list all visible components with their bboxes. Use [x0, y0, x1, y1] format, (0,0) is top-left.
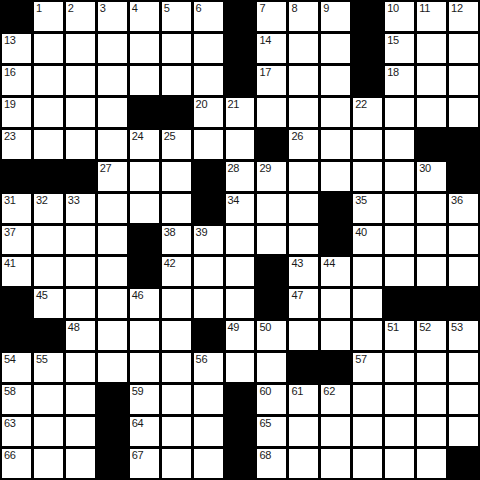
- cell-r7c1[interactable]: [34, 226, 63, 255]
- cell-r5c13[interactable]: 30: [417, 162, 446, 191]
- cell-r0c5[interactable]: 5: [162, 2, 191, 31]
- clue-number: 60: [259, 385, 271, 398]
- cell-r6c0[interactable]: 31: [2, 194, 31, 223]
- black-cell-r10c6: [194, 321, 223, 350]
- cell-r2c13[interactable]: [417, 66, 446, 95]
- cell-r11c8[interactable]: [257, 353, 286, 382]
- clue-number: 53: [451, 321, 463, 334]
- cell-r5c12[interactable]: [385, 162, 414, 191]
- cell-r9c6[interactable]: [194, 289, 223, 318]
- cell-r2c14[interactable]: [449, 66, 478, 95]
- clue-number: 14: [259, 34, 271, 47]
- cell-r12c11[interactable]: [353, 385, 382, 414]
- cell-r3c14[interactable]: [449, 98, 478, 127]
- cell-r10c12[interactable]: 51: [385, 321, 414, 350]
- clue-number: 26: [291, 130, 303, 143]
- cell-r7c9[interactable]: [289, 226, 318, 255]
- cell-r3c6[interactable]: 20: [194, 98, 223, 127]
- clue-number: 59: [132, 385, 144, 398]
- clue-number: 35: [355, 194, 367, 207]
- cell-r2c9[interactable]: [289, 66, 318, 95]
- cell-r8c3[interactable]: [98, 257, 127, 286]
- cell-r11c11[interactable]: 57: [353, 353, 382, 382]
- cell-r0c3[interactable]: 3: [98, 2, 127, 31]
- cell-r14c5[interactable]: [162, 449, 191, 478]
- black-cell-r10c0: [2, 321, 31, 350]
- cell-r3c10[interactable]: [321, 98, 350, 127]
- cell-r3c13[interactable]: [417, 98, 446, 127]
- cell-r12c5[interactable]: [162, 385, 191, 414]
- cell-r10c13[interactable]: 52: [417, 321, 446, 350]
- cell-r0c12[interactable]: 10: [385, 2, 414, 31]
- cell-r0c6[interactable]: 6: [194, 2, 223, 31]
- cell-r13c4[interactable]: 64: [130, 417, 159, 446]
- clue-number: 1: [36, 2, 42, 15]
- clue-number: 16: [4, 66, 16, 79]
- crossword-board: 1234567891011121314151617181920212223242…: [0, 0, 480, 480]
- cell-r14c10[interactable]: [321, 449, 350, 478]
- cell-r4c4[interactable]: 24: [130, 130, 159, 159]
- cell-r8c7[interactable]: [226, 257, 255, 286]
- clue-number: 62: [323, 385, 335, 398]
- black-cell-r2c7: [226, 66, 255, 95]
- cell-r11c0[interactable]: 54: [2, 353, 31, 382]
- cell-r7c14[interactable]: [449, 226, 478, 255]
- cell-r14c12[interactable]: [385, 449, 414, 478]
- cell-r4c11[interactable]: [353, 130, 382, 159]
- cell-r6c12[interactable]: [385, 194, 414, 223]
- cell-r10c10[interactable]: [321, 321, 350, 350]
- black-cell-r2c11: [353, 66, 382, 95]
- cell-r2c5[interactable]: [162, 66, 191, 95]
- cell-r5c8[interactable]: 29: [257, 162, 286, 191]
- clue-number: 22: [355, 98, 367, 111]
- cell-r1c5[interactable]: [162, 34, 191, 63]
- black-cell-r8c8: [257, 257, 286, 286]
- cell-r7c5[interactable]: 38: [162, 226, 191, 255]
- cell-r5c7[interactable]: 28: [226, 162, 255, 191]
- black-cell-r4c13: [417, 130, 446, 159]
- clue-number: 29: [259, 162, 271, 175]
- cell-r0c14[interactable]: 12: [449, 2, 478, 31]
- cell-r10c7[interactable]: 49: [226, 321, 255, 350]
- black-cell-r3c4: [130, 98, 159, 127]
- clue-number: 45: [36, 289, 48, 302]
- clue-number: 58: [4, 385, 16, 398]
- clue-number: 23: [4, 130, 16, 143]
- black-cell-r9c12: [385, 289, 414, 318]
- cell-r3c3[interactable]: [98, 98, 127, 127]
- cell-r4c6[interactable]: [194, 130, 223, 159]
- black-cell-r0c7: [226, 2, 255, 31]
- black-cell-r14c3: [98, 449, 127, 478]
- cell-r1c1[interactable]: [34, 34, 63, 63]
- cell-r6c7[interactable]: 34: [226, 194, 255, 223]
- clue-number: 67: [132, 449, 144, 462]
- clue-number: 47: [291, 289, 303, 302]
- cell-r12c9[interactable]: 61: [289, 385, 318, 414]
- cell-r13c12[interactable]: [385, 417, 414, 446]
- cell-r7c8[interactable]: [257, 226, 286, 255]
- clue-number: 37: [4, 226, 16, 239]
- cell-r7c12[interactable]: [385, 226, 414, 255]
- cell-r12c8[interactable]: 60: [257, 385, 286, 414]
- cell-r7c6[interactable]: 39: [194, 226, 223, 255]
- cell-r11c4[interactable]: [130, 353, 159, 382]
- cell-r7c11[interactable]: 40: [353, 226, 382, 255]
- cell-r8c13[interactable]: [417, 257, 446, 286]
- cell-r11c7[interactable]: [226, 353, 255, 382]
- cell-r9c2[interactable]: [66, 289, 95, 318]
- cell-r13c14[interactable]: [449, 417, 478, 446]
- black-cell-r6c10: [321, 194, 350, 223]
- cell-r2c10[interactable]: [321, 66, 350, 95]
- cell-r10c9[interactable]: [289, 321, 318, 350]
- cell-r11c2[interactable]: [66, 353, 95, 382]
- black-cell-r4c8: [257, 130, 286, 159]
- clue-number: 48: [68, 321, 80, 334]
- cell-r13c13[interactable]: [417, 417, 446, 446]
- cell-r3c12[interactable]: [385, 98, 414, 127]
- cell-r12c4[interactable]: 59: [130, 385, 159, 414]
- black-cell-r9c8: [257, 289, 286, 318]
- cell-r6c13[interactable]: [417, 194, 446, 223]
- black-cell-r8c4: [130, 257, 159, 286]
- black-cell-r11c9: [289, 353, 318, 382]
- black-cell-r1c11: [353, 34, 382, 63]
- black-cell-r11c10: [321, 353, 350, 382]
- black-cell-r14c7: [226, 449, 255, 478]
- clue-number: 33: [68, 194, 80, 207]
- clue-number: 42: [164, 257, 176, 270]
- clue-number: 17: [259, 66, 271, 79]
- cell-r12c6[interactable]: [194, 385, 223, 414]
- clue-number: 12: [451, 2, 463, 15]
- cell-r0c1[interactable]: 1: [34, 2, 63, 31]
- cell-r8c9[interactable]: 43: [289, 257, 318, 286]
- clue-number: 38: [164, 226, 176, 239]
- cell-r6c3[interactable]: [98, 194, 127, 223]
- cell-r14c6[interactable]: [194, 449, 223, 478]
- cell-r1c10[interactable]: [321, 34, 350, 63]
- cell-r11c5[interactable]: [162, 353, 191, 382]
- cell-r2c0[interactable]: 16: [2, 66, 31, 95]
- cell-r12c0[interactable]: 58: [2, 385, 31, 414]
- cell-r0c9[interactable]: 8: [289, 2, 318, 31]
- clue-number: 8: [291, 2, 297, 15]
- clue-number: 56: [196, 353, 208, 366]
- cell-r4c10[interactable]: [321, 130, 350, 159]
- clue-number: 40: [355, 226, 367, 239]
- clue-number: 18: [387, 66, 399, 79]
- clue-number: 44: [323, 257, 335, 270]
- cell-r6c5[interactable]: [162, 194, 191, 223]
- cell-r1c14[interactable]: [449, 34, 478, 63]
- cell-r1c12[interactable]: 15: [385, 34, 414, 63]
- cell-r4c5[interactable]: 25: [162, 130, 191, 159]
- cell-r13c9[interactable]: [289, 417, 318, 446]
- cell-r8c0[interactable]: 41: [2, 257, 31, 286]
- clue-number: 68: [259, 449, 271, 462]
- cell-r11c3[interactable]: [98, 353, 127, 382]
- cell-r7c3[interactable]: [98, 226, 127, 255]
- cell-r8c10[interactable]: 44: [321, 257, 350, 286]
- cell-r13c0[interactable]: 63: [2, 417, 31, 446]
- clue-number: 3: [100, 2, 106, 15]
- cell-r0c8[interactable]: 7: [257, 2, 286, 31]
- cell-r4c3[interactable]: [98, 130, 127, 159]
- cell-r2c12[interactable]: 18: [385, 66, 414, 95]
- cell-r4c0[interactable]: 23: [2, 130, 31, 159]
- cell-r12c12[interactable]: [385, 385, 414, 414]
- cell-r3c2[interactable]: [66, 98, 95, 127]
- cell-r9c7[interactable]: [226, 289, 255, 318]
- black-cell-r0c0: [2, 2, 31, 31]
- clue-number: 54: [4, 353, 16, 366]
- cell-r6c1[interactable]: 32: [34, 194, 63, 223]
- cell-r3c11[interactable]: 22: [353, 98, 382, 127]
- black-cell-r14c14: [449, 449, 478, 478]
- black-cell-r5c0: [2, 162, 31, 191]
- black-cell-r5c14: [449, 162, 478, 191]
- cell-r2c6[interactable]: [194, 66, 223, 95]
- clue-number: 49: [228, 321, 240, 334]
- cell-r14c13[interactable]: [417, 449, 446, 478]
- cell-r5c11[interactable]: [353, 162, 382, 191]
- cell-r8c12[interactable]: [385, 257, 414, 286]
- clue-number: 65: [259, 417, 271, 430]
- cell-r9c10[interactable]: [321, 289, 350, 318]
- cell-r11c13[interactable]: [417, 353, 446, 382]
- cell-r12c13[interactable]: [417, 385, 446, 414]
- cell-r7c0[interactable]: 37: [2, 226, 31, 255]
- black-cell-r1c7: [226, 34, 255, 63]
- cell-r5c5[interactable]: [162, 162, 191, 191]
- cell-r10c3[interactable]: [98, 321, 127, 350]
- black-cell-r13c3: [98, 417, 127, 446]
- clue-number: 55: [36, 353, 48, 366]
- clue-number: 7: [259, 2, 265, 15]
- clue-number: 43: [291, 257, 303, 270]
- cell-r8c6[interactable]: [194, 257, 223, 286]
- cell-r13c8[interactable]: 65: [257, 417, 286, 446]
- cell-r9c11[interactable]: [353, 289, 382, 318]
- cell-r11c1[interactable]: 55: [34, 353, 63, 382]
- cell-r10c14[interactable]: 53: [449, 321, 478, 350]
- clue-number: 34: [228, 194, 240, 207]
- cell-r2c2[interactable]: [66, 66, 95, 95]
- cell-r5c9[interactable]: [289, 162, 318, 191]
- cell-r4c1[interactable]: [34, 130, 63, 159]
- clue-number: 46: [132, 289, 144, 302]
- cell-r6c4[interactable]: [130, 194, 159, 223]
- cell-r6c2[interactable]: 33: [66, 194, 95, 223]
- cell-r10c4[interactable]: [130, 321, 159, 350]
- cell-r7c13[interactable]: [417, 226, 446, 255]
- cell-r11c6[interactable]: 56: [194, 353, 223, 382]
- black-cell-r3c5: [162, 98, 191, 127]
- cell-r14c2[interactable]: [66, 449, 95, 478]
- cell-r1c8[interactable]: 14: [257, 34, 286, 63]
- clue-number: 2: [68, 2, 74, 15]
- cell-r13c6[interactable]: [194, 417, 223, 446]
- cell-r1c4[interactable]: [130, 34, 159, 63]
- black-cell-r5c6: [194, 162, 223, 191]
- clue-number: 9: [323, 2, 329, 15]
- cell-r5c4[interactable]: [130, 162, 159, 191]
- cell-r3c1[interactable]: [34, 98, 63, 127]
- clue-number: 24: [132, 130, 144, 143]
- cell-r3c9[interactable]: [289, 98, 318, 127]
- cell-r0c4[interactable]: 4: [130, 2, 159, 31]
- cell-r8c11[interactable]: [353, 257, 382, 286]
- cell-r7c2[interactable]: [66, 226, 95, 255]
- clue-number: 30: [419, 162, 431, 175]
- cell-r13c2[interactable]: [66, 417, 95, 446]
- cell-r3c8[interactable]: [257, 98, 286, 127]
- cell-r6c14[interactable]: 36: [449, 194, 478, 223]
- clue-number: 4: [132, 2, 138, 15]
- clue-number: 21: [228, 98, 240, 111]
- cell-r11c14[interactable]: [449, 353, 478, 382]
- clue-number: 15: [387, 34, 399, 47]
- cell-r4c7[interactable]: [226, 130, 255, 159]
- clue-number: 31: [4, 194, 16, 207]
- cell-r13c11[interactable]: [353, 417, 382, 446]
- clue-number: 52: [419, 321, 431, 334]
- clue-number: 64: [132, 417, 144, 430]
- cell-r5c10[interactable]: [321, 162, 350, 191]
- cell-r13c10[interactable]: [321, 417, 350, 446]
- cell-r1c9[interactable]: [289, 34, 318, 63]
- black-cell-r4c14: [449, 130, 478, 159]
- clue-number: 63: [4, 417, 16, 430]
- clue-number: 39: [196, 226, 208, 239]
- black-cell-r7c4: [130, 226, 159, 255]
- black-cell-r10c1: [34, 321, 63, 350]
- clue-number: 36: [451, 194, 463, 207]
- cell-r14c4[interactable]: 67: [130, 449, 159, 478]
- cell-r8c14[interactable]: [449, 257, 478, 286]
- cell-r14c11[interactable]: [353, 449, 382, 478]
- clue-number: 19: [4, 98, 16, 111]
- black-cell-r5c2: [66, 162, 95, 191]
- black-cell-r9c14: [449, 289, 478, 318]
- cell-r4c12[interactable]: [385, 130, 414, 159]
- cell-r7c7[interactable]: [226, 226, 255, 255]
- cell-r1c0[interactable]: 13: [2, 34, 31, 63]
- cell-r14c0[interactable]: 66: [2, 449, 31, 478]
- clue-number: 51: [387, 321, 399, 334]
- cell-r4c9[interactable]: 26: [289, 130, 318, 159]
- clue-number: 57: [355, 353, 367, 366]
- cell-r3c7[interactable]: 21: [226, 98, 255, 127]
- clue-number: 66: [4, 449, 16, 462]
- black-cell-r0c11: [353, 2, 382, 31]
- cell-r1c13[interactable]: [417, 34, 446, 63]
- cell-r9c9[interactable]: 47: [289, 289, 318, 318]
- cell-r14c9[interactable]: [289, 449, 318, 478]
- cell-r6c11[interactable]: 35: [353, 194, 382, 223]
- cell-r13c5[interactable]: [162, 417, 191, 446]
- cell-r11c12[interactable]: [385, 353, 414, 382]
- cell-r6c9[interactable]: [289, 194, 318, 223]
- clue-number: 50: [259, 321, 271, 334]
- clue-number: 13: [4, 34, 16, 47]
- cell-r0c13[interactable]: 11: [417, 2, 446, 31]
- cell-r12c1[interactable]: [34, 385, 63, 414]
- clue-number: 28: [228, 162, 240, 175]
- cell-r9c5[interactable]: [162, 289, 191, 318]
- cell-r1c3[interactable]: [98, 34, 127, 63]
- clue-number: 6: [196, 2, 202, 15]
- clue-number: 20: [196, 98, 208, 111]
- cell-r8c1[interactable]: [34, 257, 63, 286]
- cell-r1c6[interactable]: [194, 34, 223, 63]
- black-cell-r9c0: [2, 289, 31, 318]
- cell-r12c2[interactable]: [66, 385, 95, 414]
- cell-r9c1[interactable]: 45: [34, 289, 63, 318]
- cell-r5c3[interactable]: 27: [98, 162, 127, 191]
- black-cell-r5c1: [34, 162, 63, 191]
- clue-number: 11: [419, 2, 430, 15]
- cell-r10c5[interactable]: [162, 321, 191, 350]
- clue-number: 32: [36, 194, 48, 207]
- black-cell-r9c13: [417, 289, 446, 318]
- black-cell-r12c7: [226, 385, 255, 414]
- black-cell-r7c10: [321, 226, 350, 255]
- cell-r12c10[interactable]: 62: [321, 385, 350, 414]
- cell-r2c3[interactable]: [98, 66, 127, 95]
- cell-r0c10[interactable]: 9: [321, 2, 350, 31]
- cell-r10c8[interactable]: 50: [257, 321, 286, 350]
- cell-r4c2[interactable]: [66, 130, 95, 159]
- cell-r9c3[interactable]: [98, 289, 127, 318]
- cell-r3c0[interactable]: 19: [2, 98, 31, 127]
- clue-number: 41: [4, 257, 16, 270]
- cell-r0c2[interactable]: 2: [66, 2, 95, 31]
- cell-r6c8[interactable]: [257, 194, 286, 223]
- clue-number: 27: [100, 162, 112, 175]
- cell-r1c2[interactable]: [66, 34, 95, 63]
- cell-r12c14[interactable]: [449, 385, 478, 414]
- cell-r14c8[interactable]: 68: [257, 449, 286, 478]
- cell-r2c8[interactable]: 17: [257, 66, 286, 95]
- cell-r8c5[interactable]: 42: [162, 257, 191, 286]
- black-cell-r12c3: [98, 385, 127, 414]
- black-cell-r13c7: [226, 417, 255, 446]
- clue-number: 10: [387, 2, 399, 15]
- cell-r9c4[interactable]: 46: [130, 289, 159, 318]
- clue-number: 61: [291, 385, 303, 398]
- cell-r10c11[interactable]: [353, 321, 382, 350]
- clue-number: 5: [164, 2, 170, 15]
- cell-r10c2[interactable]: 48: [66, 321, 95, 350]
- black-cell-r6c6: [194, 194, 223, 223]
- cell-r13c1[interactable]: [34, 417, 63, 446]
- cell-r2c1[interactable]: [34, 66, 63, 95]
- clue-number: 25: [164, 130, 176, 143]
- cell-r14c1[interactable]: [34, 449, 63, 478]
- cell-r2c4[interactable]: [130, 66, 159, 95]
- cell-r8c2[interactable]: [66, 257, 95, 286]
